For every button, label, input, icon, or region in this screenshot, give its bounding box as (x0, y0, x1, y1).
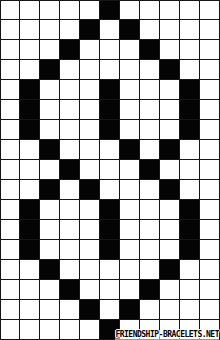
cell-r11c0-empty (0, 220, 20, 240)
cell-r10c8-empty (160, 200, 180, 220)
cell-r7c0-empty (0, 140, 20, 160)
cell-r3c8-filled (160, 60, 180, 80)
cell-r7c7-empty (140, 140, 160, 160)
cell-r13c2-filled (40, 260, 60, 280)
cell-r13c1-empty (20, 260, 40, 280)
cell-r0c8-empty (160, 0, 180, 20)
cell-r5c5-filled (100, 100, 120, 120)
cell-r15c9-empty (180, 300, 200, 320)
cell-r6c10-empty (200, 120, 220, 140)
cell-r14c10-empty (200, 280, 220, 300)
cell-r3c5-empty (100, 60, 120, 80)
cell-r9c1-empty (20, 180, 40, 200)
cell-r3c7-empty (140, 60, 160, 80)
watermark-url-text: FRIENDSHIP-BRACELETS.NET (115, 330, 219, 340)
cell-r3c4-empty (80, 60, 100, 80)
cell-r2c0-empty (0, 40, 20, 60)
cell-r2c8-empty (160, 40, 180, 60)
cell-r13c3-empty (60, 260, 80, 280)
cell-r14c3-filled (60, 280, 80, 300)
cell-r5c9-filled (180, 100, 200, 120)
cell-r9c3-empty (60, 180, 80, 200)
cell-r5c7-empty (140, 100, 160, 120)
cell-r10c4-empty (80, 200, 100, 220)
cell-r14c5-empty (100, 280, 120, 300)
cell-r5c8-empty (160, 100, 180, 120)
cell-r13c6-empty (120, 260, 140, 280)
cell-r12c6-empty (120, 240, 140, 260)
cell-r3c2-filled (40, 60, 60, 80)
cell-r4c3-empty (60, 80, 80, 100)
cell-r16c3-empty (60, 320, 80, 340)
cell-r12c7-empty (140, 240, 160, 260)
cell-r3c0-empty (0, 60, 20, 80)
cell-r4c1-filled (20, 80, 40, 100)
cell-r6c5-filled (100, 120, 120, 140)
cell-r1c2-empty (40, 20, 60, 40)
cell-r9c0-empty (0, 180, 20, 200)
cell-r6c8-empty (160, 120, 180, 140)
cell-r9c5-empty (100, 180, 120, 200)
cell-r9c4-filled (80, 180, 100, 200)
cell-r16c4-empty (80, 320, 100, 340)
cell-r9c9-empty (180, 180, 200, 200)
cell-r6c1-filled (20, 120, 40, 140)
cell-r0c1-empty (20, 0, 40, 20)
cell-r12c9-filled (180, 240, 200, 260)
cell-r14c1-empty (20, 280, 40, 300)
cell-r12c8-empty (160, 240, 180, 260)
cell-r14c6-empty (120, 280, 140, 300)
cell-r7c6-filled (120, 140, 140, 160)
cell-r7c2-filled (40, 140, 60, 160)
cell-r10c0-empty (0, 200, 20, 220)
cell-r13c5-empty (100, 260, 120, 280)
cell-r0c9-empty (180, 0, 200, 20)
cell-r2c5-empty (100, 40, 120, 60)
cell-r1c6-filled (120, 20, 140, 40)
cell-r2c9-empty (180, 40, 200, 60)
cell-r16c0-empty (0, 320, 20, 340)
cell-r8c6-empty (120, 160, 140, 180)
cell-r15c1-empty (20, 300, 40, 320)
cell-r5c4-empty (80, 100, 100, 120)
cell-r11c3-empty (60, 220, 80, 240)
cell-r9c2-filled (40, 180, 60, 200)
cell-r12c4-empty (80, 240, 100, 260)
cell-r15c10-empty (200, 300, 220, 320)
cell-r7c9-empty (180, 140, 200, 160)
cell-r5c3-empty (60, 100, 80, 120)
cell-r12c10-empty (200, 240, 220, 260)
cell-r8c8-empty (160, 160, 180, 180)
cell-r1c5-empty (100, 20, 120, 40)
cell-r1c10-empty (200, 20, 220, 40)
cell-r13c8-filled (160, 260, 180, 280)
cell-r3c6-empty (120, 60, 140, 80)
cell-r11c2-empty (40, 220, 60, 240)
cell-r7c3-empty (60, 140, 80, 160)
cell-r8c0-empty (0, 160, 20, 180)
cell-r4c4-empty (80, 80, 100, 100)
cell-r3c10-empty (200, 60, 220, 80)
cell-r5c10-empty (200, 100, 220, 120)
cell-r11c5-filled (100, 220, 120, 240)
cell-r9c10-empty (200, 180, 220, 200)
cell-r11c9-filled (180, 220, 200, 240)
cell-r3c1-empty (20, 60, 40, 80)
cell-r4c8-empty (160, 80, 180, 100)
cell-r6c7-empty (140, 120, 160, 140)
cell-r10c9-filled (180, 200, 200, 220)
cell-r15c6-filled (120, 300, 140, 320)
cell-r15c3-empty (60, 300, 80, 320)
cell-r9c7-empty (140, 180, 160, 200)
cell-r10c2-empty (40, 200, 60, 220)
cell-r12c2-empty (40, 240, 60, 260)
cell-r7c1-empty (20, 140, 40, 160)
cell-r1c0-empty (0, 20, 20, 40)
cell-r6c0-empty (0, 120, 20, 140)
pattern-grid (0, 0, 220, 340)
cell-r8c9-empty (180, 160, 200, 180)
cell-r2c7-filled (140, 40, 160, 60)
cell-r9c6-empty (120, 180, 140, 200)
cell-r1c3-empty (60, 20, 80, 40)
cell-r15c4-filled (80, 300, 100, 320)
cell-r1c4-filled (80, 20, 100, 40)
cell-r0c3-empty (60, 0, 80, 20)
cell-r10c1-filled (20, 200, 40, 220)
cell-r12c0-empty (0, 240, 20, 260)
cell-r5c1-filled (20, 100, 40, 120)
cell-r4c0-empty (0, 80, 20, 100)
cell-r14c4-empty (80, 280, 100, 300)
cell-r8c5-empty (100, 160, 120, 180)
cell-r4c9-filled (180, 80, 200, 100)
cell-r14c2-empty (40, 280, 60, 300)
cell-r6c4-empty (80, 120, 100, 140)
cell-r6c3-empty (60, 120, 80, 140)
cell-r11c8-empty (160, 220, 180, 240)
cell-r4c2-empty (40, 80, 60, 100)
cell-r13c4-empty (80, 260, 100, 280)
cell-r2c4-empty (80, 40, 100, 60)
cell-r16c2-empty (40, 320, 60, 340)
cell-r15c5-empty (100, 300, 120, 320)
cell-r14c9-empty (180, 280, 200, 300)
cell-r2c2-empty (40, 40, 60, 60)
cell-r10c6-empty (120, 200, 140, 220)
cell-r0c4-empty (80, 0, 100, 20)
cell-r16c1-empty (20, 320, 40, 340)
cell-r13c9-empty (180, 260, 200, 280)
cell-r8c3-filled (60, 160, 80, 180)
cell-r1c9-empty (180, 20, 200, 40)
cell-r12c3-empty (60, 240, 80, 260)
cell-r1c8-empty (160, 20, 180, 40)
cell-r0c10-empty (200, 0, 220, 20)
cell-r4c6-empty (120, 80, 140, 100)
cell-r2c10-empty (200, 40, 220, 60)
cell-r2c6-empty (120, 40, 140, 60)
cell-r11c1-filled (20, 220, 40, 240)
cell-r0c0-empty (0, 0, 20, 20)
cell-r15c2-empty (40, 300, 60, 320)
cell-r14c0-empty (0, 280, 20, 300)
cell-r0c2-empty (40, 0, 60, 20)
cell-r5c6-empty (120, 100, 140, 120)
cell-r11c10-empty (200, 220, 220, 240)
cell-r11c6-empty (120, 220, 140, 240)
cell-r11c4-empty (80, 220, 100, 240)
cell-r0c5-filled (100, 0, 120, 20)
cell-r5c0-empty (0, 100, 20, 120)
cell-r9c8-filled (160, 180, 180, 200)
cell-r10c3-empty (60, 200, 80, 220)
cell-r1c1-empty (20, 20, 40, 40)
cell-r11c7-empty (140, 220, 160, 240)
cell-r3c9-empty (180, 60, 200, 80)
cell-r8c2-empty (40, 160, 60, 180)
cell-r5c2-empty (40, 100, 60, 120)
cell-r15c8-empty (160, 300, 180, 320)
cell-r13c10-empty (200, 260, 220, 280)
cell-r7c5-empty (100, 140, 120, 160)
cell-r15c0-empty (0, 300, 20, 320)
cell-r13c7-empty (140, 260, 160, 280)
cell-r14c8-empty (160, 280, 180, 300)
cell-r6c2-empty (40, 120, 60, 140)
cell-r10c7-empty (140, 200, 160, 220)
cell-r8c1-empty (20, 160, 40, 180)
cell-r10c5-filled (100, 200, 120, 220)
cell-r8c4-empty (80, 160, 100, 180)
cell-r8c7-filled (140, 160, 160, 180)
cell-r0c6-empty (120, 0, 140, 20)
cell-r7c8-filled (160, 140, 180, 160)
cell-r7c10-empty (200, 140, 220, 160)
pattern-image: FRIENDSHIP-BRACELETS.NET (0, 0, 220, 340)
cell-r12c1-filled (20, 240, 40, 260)
cell-r2c3-filled (60, 40, 80, 60)
cell-r4c7-empty (140, 80, 160, 100)
cell-r7c4-empty (80, 140, 100, 160)
cell-r14c7-filled (140, 280, 160, 300)
cell-r3c3-empty (60, 60, 80, 80)
cell-r10c10-empty (200, 200, 220, 220)
cell-r12c5-filled (100, 240, 120, 260)
cell-r4c5-filled (100, 80, 120, 100)
cell-r6c9-filled (180, 120, 200, 140)
cell-r15c7-empty (140, 300, 160, 320)
cell-r13c0-empty (0, 260, 20, 280)
cell-r0c7-empty (140, 0, 160, 20)
cell-r1c7-empty (140, 20, 160, 40)
cell-r2c1-empty (20, 40, 40, 60)
cell-r8c10-empty (200, 160, 220, 180)
cell-r6c6-empty (120, 120, 140, 140)
cell-r4c10-empty (200, 80, 220, 100)
